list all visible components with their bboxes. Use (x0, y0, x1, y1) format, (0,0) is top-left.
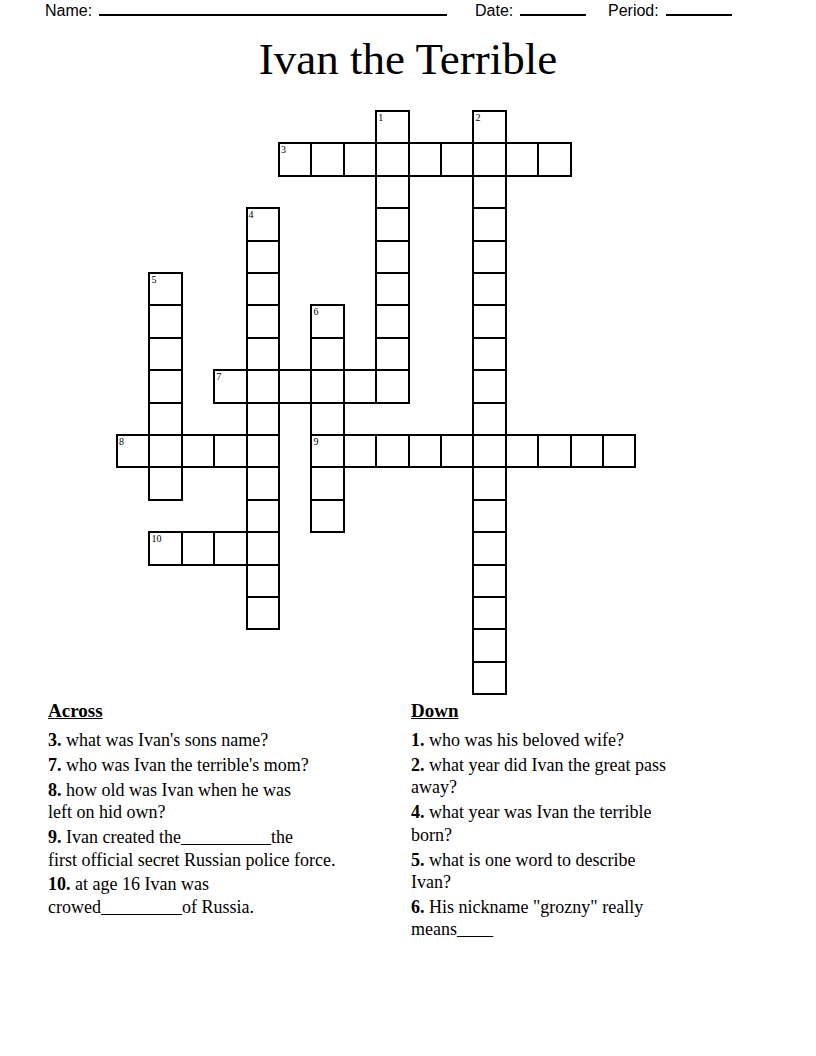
grid-cell-r13c2[interactable] (181, 531, 215, 565)
grid-cell-r10c14[interactable] (570, 434, 604, 468)
grid-cell-r17c11[interactable] (472, 661, 506, 695)
down-clues-section: Down 1. who was his beloved wife?2. what… (411, 700, 789, 943)
grid-cell-r10c13[interactable] (537, 434, 571, 468)
grid-cell-r6c4[interactable] (246, 304, 280, 338)
clue-down-5: 5. what is one word to describeIvan? (411, 849, 789, 894)
grid-cell-r1c11[interactable] (472, 142, 506, 176)
clue-down-4: 4. what year was Ivan the terribleborn? (411, 801, 789, 846)
grid-cell-r10c9[interactable] (408, 434, 442, 468)
worksheet-page: Name: Date: Period: Ivan the Terrible 37… (0, 0, 816, 1056)
clue-across-7: 7. who was Ivan the terrible's mom? (48, 754, 414, 776)
grid-cell-r14c4[interactable] (246, 564, 280, 598)
grid-cell-r15c11[interactable] (472, 596, 506, 630)
grid-cell-r11c4[interactable] (246, 466, 280, 500)
grid-cell-r13c11[interactable] (472, 531, 506, 565)
grid-cell-r9c11[interactable] (472, 402, 506, 436)
grid-cell-r10c2[interactable] (181, 434, 215, 468)
grid-cell-r1c7[interactable] (343, 142, 377, 176)
down-heading: Down (411, 700, 789, 722)
grid-cell-r10c7[interactable] (343, 434, 377, 468)
name-blank-line[interactable] (99, 1, 447, 16)
grid-cell-r6c1[interactable] (148, 304, 182, 338)
grid-cell-r13c3[interactable] (213, 531, 247, 565)
grid-cell-r9c4[interactable] (246, 402, 280, 436)
grid-cell-r14c11[interactable] (472, 564, 506, 598)
across-heading: Across (48, 700, 414, 722)
grid-cell-r13c4[interactable] (246, 531, 280, 565)
grid-cell-r6c11[interactable] (472, 304, 506, 338)
grid-cell-r8c7[interactable] (343, 369, 377, 403)
grid-number-3: 3 (281, 145, 286, 155)
clue-across-8: 8. how old was Ivan when he wasleft on h… (48, 779, 414, 824)
grid-cell-r3c11[interactable] (472, 207, 506, 241)
grid-cell-r1c10[interactable] (440, 142, 474, 176)
grid-number-9: 9 (313, 437, 318, 447)
grid-number-4: 4 (249, 210, 254, 220)
grid-cell-r1c12[interactable] (505, 142, 539, 176)
grid-number-5: 5 (151, 275, 156, 285)
grid-cell-r9c6[interactable] (310, 402, 344, 436)
grid-cell-r1c9[interactable] (408, 142, 442, 176)
grid-number-6: 6 (313, 307, 318, 317)
grid-cell-r10c8[interactable] (375, 434, 409, 468)
clue-across-9: 9. Ivan created the__________thefirst of… (48, 826, 414, 871)
period-blank-line[interactable] (666, 1, 732, 16)
date-field-group: Date: (475, 1, 586, 20)
grid-cell-r5c11[interactable] (472, 272, 506, 306)
grid-cell-r4c4[interactable] (246, 240, 280, 274)
grid-cell-r11c11[interactable] (472, 466, 506, 500)
grid-cell-r6c8[interactable] (375, 304, 409, 338)
grid-cell-r1c8[interactable] (375, 142, 409, 176)
clue-across-10: 10. at age 16 Ivan wascrowed_________of … (48, 873, 414, 918)
name-field-group: Name: (45, 1, 447, 20)
grid-cell-r8c8[interactable] (375, 369, 409, 403)
grid-cell-r7c4[interactable] (246, 337, 280, 371)
grid-cell-r8c1[interactable] (148, 369, 182, 403)
grid-cell-r12c4[interactable] (246, 499, 280, 533)
grid-cell-r5c4[interactable] (246, 272, 280, 306)
grid-cell-r11c6[interactable] (310, 466, 344, 500)
clue-down-1: 1. who was his beloved wife? (411, 729, 789, 751)
grid-number-2: 2 (475, 113, 480, 123)
grid-cell-r7c6[interactable] (310, 337, 344, 371)
across-clue-list: 3. what was Ivan's sons name?7. who was … (48, 729, 414, 918)
clue-down-6: 6. His nickname "grozny" reallymeans____ (411, 896, 789, 941)
grid-cell-r2c11[interactable] (472, 175, 506, 209)
grid-number-10: 10 (151, 534, 161, 544)
grid-number-8: 8 (119, 437, 124, 447)
grid-cell-r1c6[interactable] (310, 142, 344, 176)
grid-cell-r8c6[interactable] (310, 369, 344, 403)
clue-across-3: 3. what was Ivan's sons name? (48, 729, 414, 751)
grid-cell-r7c1[interactable] (148, 337, 182, 371)
grid-cell-r4c8[interactable] (375, 240, 409, 274)
period-field-group: Period: (608, 1, 732, 20)
date-blank-line[interactable] (520, 1, 586, 16)
grid-cell-r15c4[interactable] (246, 596, 280, 630)
grid-number-1: 1 (378, 113, 383, 123)
grid-cell-r10c1[interactable] (148, 434, 182, 468)
grid-cell-r12c6[interactable] (310, 499, 344, 533)
grid-cell-r10c10[interactable] (440, 434, 474, 468)
clue-down-2: 2. what year did Ivan the great passaway… (411, 754, 789, 799)
grid-cell-r8c5[interactable] (278, 369, 312, 403)
grid-cell-r5c8[interactable] (375, 272, 409, 306)
grid-cell-r9c1[interactable] (148, 402, 182, 436)
down-clue-list: 1. who was his beloved wife?2. what year… (411, 729, 789, 941)
grid-cell-r2c8[interactable] (375, 175, 409, 209)
crossword-grid: 37891012456 (116, 110, 636, 695)
grid-cell-r10c3[interactable] (213, 434, 247, 468)
grid-cell-r7c11[interactable] (472, 337, 506, 371)
across-clues-section: Across 3. what was Ivan's sons name?7. w… (48, 700, 414, 921)
grid-cell-r8c4[interactable] (246, 369, 280, 403)
date-label: Date: (475, 2, 513, 19)
grid-cell-r1c13[interactable] (537, 142, 571, 176)
grid-cell-r3c8[interactable] (375, 207, 409, 241)
grid-cell-r16c11[interactable] (472, 628, 506, 662)
name-label: Name: (45, 2, 92, 19)
grid-cell-r10c15[interactable] (602, 434, 636, 468)
grid-number-7: 7 (216, 372, 221, 382)
period-label: Period: (608, 2, 659, 19)
grid-cell-r12c11[interactable] (472, 499, 506, 533)
grid-cell-r10c11[interactable] (472, 434, 506, 468)
grid-cell-r10c4[interactable] (246, 434, 280, 468)
puzzle-title: Ivan the Terrible (0, 33, 816, 85)
grid-cell-r4c11[interactable] (472, 240, 506, 274)
grid-cell-r11c1[interactable] (148, 466, 182, 500)
grid-cell-r8c11[interactable] (472, 369, 506, 403)
grid-cell-r7c8[interactable] (375, 337, 409, 371)
grid-cell-r10c12[interactable] (505, 434, 539, 468)
